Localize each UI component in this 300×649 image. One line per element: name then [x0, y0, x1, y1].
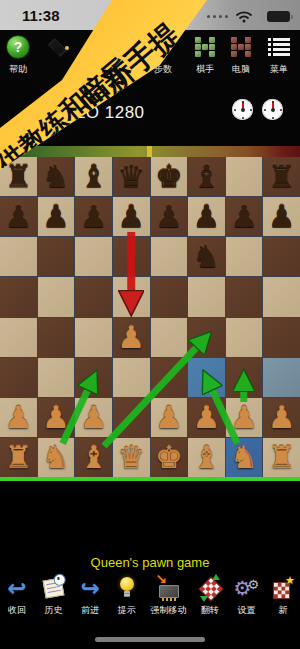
square-e5[interactable]	[151, 277, 188, 316]
square-a8[interactable]: ♜	[0, 157, 37, 196]
bottom-item-label: 收回	[4, 604, 30, 617]
chess-board[interactable]: ♜♞♝♛♚♝♜♟♟♟♟♟♟♟♟♞♟♟♟♟♟♟♟♟♜♞♝♛♚♝♞♜	[0, 157, 300, 477]
black-knight[interactable]: ♞	[42, 161, 70, 192]
square-e4[interactable]	[151, 318, 188, 357]
status-bar: 11:38	[0, 0, 300, 30]
square-e3[interactable]	[151, 358, 188, 397]
black-rook[interactable]: ♜	[4, 161, 32, 192]
square-g2[interactable]: ♟	[226, 398, 263, 437]
bottom-item-label: 强制移动	[150, 604, 186, 617]
square-c1[interactable]: ♝	[75, 438, 112, 477]
square-f6[interactable]: ♞	[188, 237, 225, 276]
black-pawn[interactable]: ♟	[230, 201, 258, 232]
bottom-item-hint[interactable]: 提示	[114, 575, 140, 617]
white-pawn[interactable]: ♟	[42, 402, 70, 433]
bottom-item-settings[interactable]: ⚙⚙设置	[233, 575, 259, 617]
square-e7[interactable]: ♟	[151, 197, 188, 236]
red-blocks-icon	[224, 34, 258, 60]
square-c8[interactable]: ♝	[75, 157, 112, 196]
square-g6[interactable]	[226, 237, 263, 276]
bottom-item-label: 新	[270, 604, 296, 617]
bottom-item-label: 翻转	[197, 604, 223, 617]
elo-strength-slider[interactable]	[0, 146, 300, 157]
square-f2[interactable]: ♟	[188, 398, 225, 437]
square-h8[interactable]: ♜	[263, 157, 300, 196]
white-pawn[interactable]: ♟	[4, 402, 32, 433]
square-b8[interactable]: ♞	[38, 157, 75, 196]
square-h1[interactable]: ♜	[263, 438, 300, 477]
square-a1[interactable]: ♜	[0, 438, 37, 477]
green-blocks-icon	[188, 34, 222, 60]
white-pawn[interactable]: ♟	[117, 322, 145, 353]
square-a7[interactable]: ♟	[0, 197, 37, 236]
status-time: 11:38	[22, 7, 60, 24]
square-f3[interactable]	[188, 358, 225, 397]
square-f1[interactable]: ♝	[188, 438, 225, 477]
white-rook[interactable]: ♜	[268, 442, 296, 473]
square-d3[interactable]	[113, 358, 150, 397]
square-h2[interactable]: ♟	[263, 398, 300, 437]
white-pawn[interactable]: ♟	[155, 402, 183, 433]
square-f4[interactable]	[188, 318, 225, 357]
history-notepad-icon	[41, 575, 67, 601]
menu-list-icon	[262, 34, 296, 60]
square-b1[interactable]: ♞	[38, 438, 75, 477]
black-pawn[interactable]: ♟	[80, 201, 108, 232]
new-game-icon: ★	[270, 575, 296, 601]
square-d2[interactable]	[113, 398, 150, 437]
square-d1[interactable]: ♛	[113, 438, 150, 477]
square-h5[interactable]	[263, 277, 300, 316]
white-pawn[interactable]: ♟	[230, 402, 258, 433]
toolbar-item-label: 步数	[146, 63, 180, 76]
toolbar-item-label: 菜单	[262, 63, 296, 76]
square-g5[interactable]	[226, 277, 263, 316]
square-a5[interactable]	[0, 277, 37, 316]
square-e2[interactable]: ♟	[151, 398, 188, 437]
bottom-toolbar: ↩收回历史↪前进提示↘强制移动翻转⚙⚙设置★新	[4, 575, 296, 617]
white-bishop[interactable]: ♝	[80, 442, 108, 473]
square-c7[interactable]: ♟	[75, 197, 112, 236]
question-circle-icon: ?	[4, 34, 32, 60]
bottom-item-forward[interactable]: ↪前进	[77, 575, 103, 617]
white-knight[interactable]: ♞	[230, 442, 258, 473]
cellular-signal-icon	[207, 15, 228, 18]
square-g8[interactable]	[226, 157, 263, 196]
toolbar-item-computer[interactable]: 电脑	[224, 34, 258, 76]
square-g4[interactable]	[226, 318, 263, 357]
square-h4[interactable]	[263, 318, 300, 357]
square-d5[interactable]	[113, 277, 150, 316]
black-pawn[interactable]: ♟	[117, 201, 145, 232]
bottom-item-label: 提示	[114, 604, 140, 617]
black-pawn[interactable]: ♟	[4, 201, 32, 232]
white-queen[interactable]: ♛	[117, 442, 145, 473]
toolbar-item-coach[interactable]	[44, 34, 72, 63]
battery-icon	[267, 11, 290, 22]
square-f8[interactable]: ♝	[188, 157, 225, 196]
black-knight[interactable]: ♞	[193, 241, 221, 272]
white-pawn[interactable]: ♟	[193, 402, 221, 433]
square-c6[interactable]	[75, 237, 112, 276]
bottom-item-flip[interactable]: 翻转	[197, 575, 223, 617]
square-c5[interactable]	[75, 277, 112, 316]
white-bishop[interactable]: ♝	[193, 442, 221, 473]
square-c2[interactable]: ♟	[75, 398, 112, 437]
square-a6[interactable]	[0, 237, 37, 276]
black-king[interactable]: ♚	[155, 161, 183, 192]
square-a4[interactable]	[0, 318, 37, 357]
square-h3[interactable]	[263, 358, 300, 397]
black-pawn[interactable]: ♟	[155, 201, 183, 232]
square-c4[interactable]	[75, 318, 112, 357]
elo-slider-marker[interactable]	[147, 146, 152, 157]
cpu-chip-icon: ↘	[150, 575, 186, 601]
bottom-panel: Queen's pawn game ↩收回历史↪前进提示↘强制移动翻转⚙⚙设置★…	[0, 481, 300, 649]
black-queen[interactable]: ♛	[117, 161, 145, 192]
home-indicator[interactable]	[95, 637, 205, 642]
square-a2[interactable]: ♟	[0, 398, 37, 437]
square-e8[interactable]: ♚	[151, 157, 188, 196]
toolbar-item-moves[interactable]: 步数	[146, 34, 180, 76]
square-d4[interactable]: ♟	[113, 318, 150, 357]
square-b6[interactable]	[38, 237, 75, 276]
black-bishop[interactable]: ♝	[193, 161, 221, 192]
bottom-item-new[interactable]: ★新	[270, 575, 296, 617]
square-c3[interactable]	[75, 358, 112, 397]
toolbar-item-label: 棋手	[188, 63, 222, 76]
bottom-item-history[interactable]: 历史	[41, 575, 67, 617]
toolbar-item-menu[interactable]: 菜单	[262, 34, 296, 76]
black-clock-icon[interactable]	[262, 99, 283, 120]
square-g7[interactable]: ♟	[226, 197, 263, 236]
lightbulb-icon	[114, 575, 140, 601]
toolbar-item-label: 帮助	[4, 63, 32, 76]
square-d6[interactable]	[113, 237, 150, 276]
white-pawn[interactable]: ♟	[80, 402, 108, 433]
bottom-item-label: 设置	[233, 604, 259, 617]
bottom-item-undo[interactable]: ↩收回	[4, 575, 30, 617]
flip-board-icon	[197, 575, 223, 601]
white-king[interactable]: ♚	[155, 442, 183, 473]
white-rook[interactable]: ♜	[4, 442, 32, 473]
redo-arrow-icon: ↪	[77, 575, 103, 601]
white-pawn[interactable]: ♟	[268, 402, 296, 433]
gears-icon: ⚙⚙	[233, 575, 259, 601]
bottom-item-force[interactable]: ↘强制移动	[150, 575, 186, 617]
bottom-item-label: 历史	[41, 604, 67, 617]
square-h6[interactable]	[263, 237, 300, 276]
hidden-icon	[146, 34, 180, 60]
square-d7[interactable]: ♟	[113, 197, 150, 236]
app-screen: 11:38 ?帮助步数棋手电脑菜单 ELO 1280 ♜♞♝♛♚♝♜♟♟♟♟♟♟…	[0, 0, 300, 649]
white-clock-icon[interactable]	[232, 99, 253, 120]
square-e6[interactable]	[151, 237, 188, 276]
bottom-item-label: 前进	[77, 604, 103, 617]
toolbar-item-help[interactable]: ?帮助	[4, 34, 32, 76]
square-b5[interactable]	[38, 277, 75, 316]
square-g3[interactable]	[226, 358, 263, 397]
black-pawn[interactable]: ♟	[193, 201, 221, 232]
black-rook[interactable]: ♜	[268, 161, 296, 192]
square-b2[interactable]: ♟	[38, 398, 75, 437]
elo-rating-label: ELO 1280	[64, 103, 145, 123]
square-e1[interactable]: ♚	[151, 438, 188, 477]
square-b4[interactable]	[38, 318, 75, 357]
square-g1[interactable]: ♞	[226, 438, 263, 477]
square-f7[interactable]: ♟	[188, 197, 225, 236]
square-d8[interactable]: ♛	[113, 157, 150, 196]
toolbar-item-player[interactable]: 棋手	[188, 34, 222, 76]
black-bishop[interactable]: ♝	[80, 161, 108, 192]
square-a3[interactable]	[0, 358, 37, 397]
opening-name-text: Queen's pawn game	[0, 555, 300, 570]
info-bar: ELO 1280	[0, 78, 300, 146]
graduation-cap-icon	[44, 34, 72, 60]
square-b7[interactable]: ♟	[38, 197, 75, 236]
black-pawn[interactable]: ♟	[42, 201, 70, 232]
black-pawn[interactable]: ♟	[268, 201, 296, 232]
white-knight[interactable]: ♞	[42, 442, 70, 473]
square-h7[interactable]: ♟	[263, 197, 300, 236]
undo-arrow-icon: ↩	[4, 575, 30, 601]
top-toolbar: ?帮助步数棋手电脑菜单	[0, 30, 300, 78]
wifi-icon	[236, 11, 252, 23]
square-b3[interactable]	[38, 358, 75, 397]
toolbar-item-label: 电脑	[224, 63, 258, 76]
square-f5[interactable]	[188, 277, 225, 316]
